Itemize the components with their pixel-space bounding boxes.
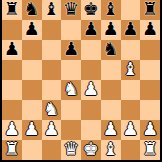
square-g6[interactable] — [121, 40, 141, 60]
piece-white-pawn[interactable]: ♟ — [122, 120, 138, 138]
square-c7[interactable] — [42, 20, 62, 40]
piece-white-pawn[interactable]: ♟ — [4, 120, 20, 138]
square-d3[interactable] — [61, 100, 81, 120]
piece-black-rook[interactable]: ♜ — [142, 0, 158, 18]
square-g8[interactable] — [121, 0, 141, 20]
piece-black-bishop[interactable]: ♝ — [103, 0, 119, 18]
piece-white-pawn[interactable]: ♟ — [43, 120, 59, 138]
square-d7[interactable] — [61, 20, 81, 40]
square-f5[interactable] — [101, 60, 121, 80]
square-c8[interactable]: ♝ — [42, 0, 62, 20]
square-b8[interactable]: ♞ — [22, 0, 42, 20]
square-e6[interactable] — [81, 40, 101, 60]
square-c1[interactable] — [42, 140, 62, 160]
piece-white-king[interactable]: ♚ — [83, 140, 99, 158]
piece-black-knight[interactable]: ♞ — [24, 0, 40, 18]
piece-black-pawn[interactable]: ♟ — [83, 20, 99, 38]
piece-white-knight[interactable]: ♞ — [43, 100, 59, 118]
square-e1[interactable]: ♚ — [81, 140, 101, 160]
square-h7[interactable]: ♟ — [140, 20, 160, 40]
square-c3[interactable]: ♞ — [42, 100, 62, 120]
square-g1[interactable] — [121, 140, 141, 160]
piece-black-king[interactable]: ♚ — [83, 0, 99, 18]
piece-white-pawn[interactable]: ♟ — [83, 80, 99, 98]
square-e4[interactable]: ♟ — [81, 80, 101, 100]
piece-black-pawn[interactable]: ♟ — [103, 20, 119, 38]
square-a6[interactable]: ♟ — [2, 40, 22, 60]
square-g3[interactable] — [121, 100, 141, 120]
square-a3[interactable] — [2, 100, 22, 120]
square-g4[interactable] — [121, 80, 141, 100]
piece-black-pawn[interactable]: ♟ — [142, 20, 158, 38]
piece-white-pawn[interactable]: ♟ — [142, 120, 158, 138]
square-h8[interactable]: ♜ — [140, 0, 160, 20]
square-b3[interactable] — [22, 100, 42, 120]
square-f3[interactable] — [101, 100, 121, 120]
square-h2[interactable]: ♟ — [140, 120, 160, 140]
square-a4[interactable] — [2, 80, 22, 100]
square-h3[interactable] — [140, 100, 160, 120]
square-h4[interactable] — [140, 80, 160, 100]
square-e7[interactable]: ♟ — [81, 20, 101, 40]
square-f1[interactable]: ♝ — [101, 140, 121, 160]
piece-black-bishop[interactable]: ♝ — [43, 0, 59, 18]
square-f4[interactable] — [101, 80, 121, 100]
piece-black-queen[interactable]: ♛ — [63, 0, 79, 18]
piece-white-knight[interactable]: ♞ — [63, 80, 79, 98]
piece-white-queen[interactable]: ♛ — [63, 140, 79, 158]
square-c2[interactable]: ♟ — [42, 120, 62, 140]
square-b7[interactable]: ♟ — [22, 20, 42, 40]
square-b1[interactable] — [22, 140, 42, 160]
square-d4[interactable]: ♞ — [61, 80, 81, 100]
piece-black-pawn[interactable]: ♟ — [63, 40, 79, 58]
square-c4[interactable] — [42, 80, 62, 100]
square-d1[interactable]: ♛ — [61, 140, 81, 160]
piece-white-pawn[interactable]: ♟ — [24, 120, 40, 138]
piece-black-knight[interactable]: ♞ — [103, 40, 119, 58]
square-a8[interactable]: ♜ — [2, 0, 22, 20]
square-b5[interactable] — [22, 60, 42, 80]
square-g5[interactable]: ♝ — [121, 60, 141, 80]
square-g7[interactable]: ♟ — [121, 20, 141, 40]
square-f6[interactable]: ♞ — [101, 40, 121, 60]
square-d5[interactable] — [61, 60, 81, 80]
square-c6[interactable] — [42, 40, 62, 60]
square-c5[interactable] — [42, 60, 62, 80]
piece-white-rook[interactable]: ♜ — [142, 140, 158, 158]
square-h5[interactable] — [140, 60, 160, 80]
square-h6[interactable] — [140, 40, 160, 60]
square-d2[interactable] — [61, 120, 81, 140]
square-e3[interactable] — [81, 100, 101, 120]
square-e2[interactable] — [81, 120, 101, 140]
piece-white-pawn[interactable]: ♟ — [103, 120, 119, 138]
square-b2[interactable]: ♟ — [22, 120, 42, 140]
square-f2[interactable]: ♟ — [101, 120, 121, 140]
square-d8[interactable]: ♛ — [61, 0, 81, 20]
square-b4[interactable] — [22, 80, 42, 100]
square-e5[interactable] — [81, 60, 101, 80]
piece-white-bishop[interactable]: ♝ — [122, 60, 138, 78]
chess-board: ♜♞♝♛♚♝♜♟♟♟♟♟♟♟♞♝♞♟♞♟♟♟♟♟♟♜♛♚♝♜ — [0, 0, 162, 162]
square-f7[interactable]: ♟ — [101, 20, 121, 40]
square-b6[interactable] — [22, 40, 42, 60]
square-g2[interactable]: ♟ — [121, 120, 141, 140]
square-a1[interactable]: ♜ — [2, 140, 22, 160]
piece-black-rook[interactable]: ♜ — [4, 0, 20, 18]
square-a2[interactable]: ♟ — [2, 120, 22, 140]
square-d6[interactable]: ♟ — [61, 40, 81, 60]
piece-white-bishop[interactable]: ♝ — [103, 140, 119, 158]
square-h1[interactable]: ♜ — [140, 140, 160, 160]
square-a5[interactable] — [2, 60, 22, 80]
square-a7[interactable] — [2, 20, 22, 40]
piece-black-pawn[interactable]: ♟ — [24, 20, 40, 38]
square-f8[interactable]: ♝ — [101, 0, 121, 20]
piece-black-pawn[interactable]: ♟ — [4, 40, 20, 58]
square-e8[interactable]: ♚ — [81, 0, 101, 20]
piece-black-pawn[interactable]: ♟ — [122, 20, 138, 38]
piece-white-rook[interactable]: ♜ — [4, 140, 20, 158]
